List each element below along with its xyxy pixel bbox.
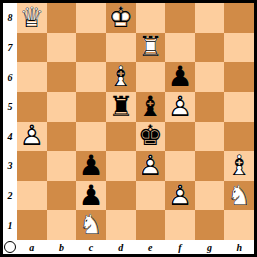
square-h7[interactable]	[224, 33, 254, 63]
square-f1[interactable]	[165, 210, 195, 240]
white-pawn: ♟♙	[17, 122, 47, 152]
square-d1[interactable]	[106, 210, 136, 240]
square-c3[interactable]: ♟	[76, 151, 106, 181]
black-pawn: ♟	[76, 181, 106, 211]
square-b8[interactable]	[47, 3, 77, 33]
white-pawn: ♟♙	[136, 151, 166, 181]
square-c2[interactable]: ♟	[76, 181, 106, 211]
square-c5[interactable]	[76, 92, 106, 122]
square-h5[interactable]	[224, 92, 254, 122]
square-d8[interactable]: ♚♔	[106, 3, 136, 33]
piece-glyph: ♜	[106, 92, 136, 122]
white-rook: ♜♖	[136, 33, 166, 63]
black-bishop: ♝	[136, 92, 166, 122]
square-h8[interactable]	[224, 3, 254, 33]
piece-glyph: ♙	[136, 151, 166, 181]
square-b4[interactable]	[47, 122, 77, 152]
square-f2[interactable]: ♟♙	[165, 181, 195, 211]
rank-label-4: 4	[3, 122, 17, 152]
side-to-move-indicator	[3, 240, 17, 254]
file-label-h: h	[224, 240, 254, 254]
white-to-move-circle-icon	[4, 241, 16, 253]
piece-glyph: ♙	[165, 181, 195, 211]
white-queen: ♛♕	[17, 3, 47, 33]
square-c4[interactable]	[76, 122, 106, 152]
piece-glyph: ♙	[17, 122, 47, 152]
square-g2[interactable]	[195, 181, 225, 211]
piece-glyph: ♚	[136, 122, 166, 152]
square-h6[interactable]	[224, 62, 254, 92]
black-pawn: ♟	[76, 151, 106, 181]
square-c6[interactable]	[76, 62, 106, 92]
square-e8[interactable]	[136, 3, 166, 33]
file-label-b: b	[47, 240, 77, 254]
square-d2[interactable]	[106, 181, 136, 211]
piece-glyph: ♝	[136, 92, 166, 122]
square-e7[interactable]: ♜♖	[136, 33, 166, 63]
white-pawn: ♟♙	[165, 181, 195, 211]
piece-glyph: ♖	[136, 33, 166, 63]
square-f7[interactable]	[165, 33, 195, 63]
white-king: ♚♔	[106, 3, 136, 33]
square-h3[interactable]: ♝♗	[224, 151, 254, 181]
piece-glyph: ♗	[106, 62, 136, 92]
rank-label-5: 5	[3, 92, 17, 122]
square-e3[interactable]: ♟♙	[136, 151, 166, 181]
rank-label-2: 2	[3, 181, 17, 211]
square-d5[interactable]: ♜	[106, 92, 136, 122]
square-b3[interactable]	[47, 151, 77, 181]
square-g3[interactable]	[195, 151, 225, 181]
file-label-d: d	[106, 240, 136, 254]
square-a4[interactable]: ♟♙	[17, 122, 47, 152]
piece-glyph: ♟	[165, 62, 195, 92]
rank-label-7: 7	[3, 33, 17, 63]
square-f8[interactable]	[165, 3, 195, 33]
square-d7[interactable]	[106, 33, 136, 63]
square-h1[interactable]	[224, 210, 254, 240]
piece-glyph: ♕	[17, 3, 47, 33]
black-pawn: ♟	[165, 62, 195, 92]
file-label-f: f	[165, 240, 195, 254]
square-f4[interactable]	[165, 122, 195, 152]
square-e2[interactable]	[136, 181, 166, 211]
square-b5[interactable]	[47, 92, 77, 122]
file-label-g: g	[195, 240, 225, 254]
square-d3[interactable]	[106, 151, 136, 181]
square-g5[interactable]	[195, 92, 225, 122]
white-bishop: ♝♗	[224, 151, 254, 181]
square-e6[interactable]	[136, 62, 166, 92]
square-b7[interactable]	[47, 33, 77, 63]
rank-label-8: 8	[3, 3, 17, 33]
square-c8[interactable]	[76, 3, 106, 33]
square-c1[interactable]: ♞♘	[76, 210, 106, 240]
square-h2[interactable]: ♞♘	[224, 181, 254, 211]
square-a6[interactable]	[17, 62, 47, 92]
square-c7[interactable]	[76, 33, 106, 63]
piece-glyph: ♗	[224, 151, 254, 181]
square-g8[interactable]	[195, 3, 225, 33]
square-b6[interactable]	[47, 62, 77, 92]
square-g7[interactable]	[195, 33, 225, 63]
white-knight: ♞♘	[224, 181, 254, 211]
square-a5[interactable]	[17, 92, 47, 122]
board-grid: 8♛♕♚♔7♜♖6♝♗♟5♜♝♟♙4♟♙♚3♟♟♙♝♗2♟♟♙♞♘1♞♘abcd…	[3, 3, 254, 254]
rank-label-3: 3	[3, 151, 17, 181]
piece-glyph: ♔	[106, 3, 136, 33]
white-knight: ♞♘	[76, 210, 106, 240]
square-f3[interactable]	[165, 151, 195, 181]
file-label-e: e	[136, 240, 166, 254]
black-rook: ♜	[106, 92, 136, 122]
square-d4[interactable]	[106, 122, 136, 152]
file-label-c: c	[76, 240, 106, 254]
square-g6[interactable]	[195, 62, 225, 92]
square-f6[interactable]: ♟	[165, 62, 195, 92]
square-g1[interactable]	[195, 210, 225, 240]
square-b2[interactable]	[47, 181, 77, 211]
piece-glyph: ♟	[76, 181, 106, 211]
square-a7[interactable]	[17, 33, 47, 63]
square-h4[interactable]	[224, 122, 254, 152]
piece-glyph: ♙	[165, 92, 195, 122]
file-label-a: a	[17, 240, 47, 254]
white-bishop: ♝♗	[106, 62, 136, 92]
chess-diagram: 8♛♕♚♔7♜♖6♝♗♟5♜♝♟♙4♟♙♚3♟♟♙♝♗2♟♟♙♞♘1♞♘abcd…	[0, 0, 257, 257]
rank-label-1: 1	[3, 210, 17, 240]
square-a2[interactable]	[17, 181, 47, 211]
square-f5[interactable]: ♟♙	[165, 92, 195, 122]
piece-glyph: ♟	[76, 151, 106, 181]
square-a1[interactable]	[17, 210, 47, 240]
square-d6[interactable]: ♝♗	[106, 62, 136, 92]
black-king: ♚	[136, 122, 166, 152]
square-a8[interactable]: ♛♕	[17, 3, 47, 33]
white-pawn: ♟♙	[165, 92, 195, 122]
square-g4[interactable]	[195, 122, 225, 152]
square-e1[interactable]	[136, 210, 166, 240]
square-a3[interactable]	[17, 151, 47, 181]
rank-label-6: 6	[3, 62, 17, 92]
piece-glyph: ♘	[76, 210, 106, 240]
square-e4[interactable]: ♚	[136, 122, 166, 152]
square-b1[interactable]	[47, 210, 77, 240]
piece-glyph: ♘	[224, 181, 254, 211]
square-e5[interactable]: ♝	[136, 92, 166, 122]
